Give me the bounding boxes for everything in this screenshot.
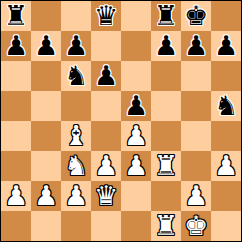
piece-black-queen: ♛ — [94, 1, 118, 31]
square-d7[interactable] — [91, 31, 121, 61]
square-h2[interactable] — [211, 181, 241, 211]
square-e1[interactable] — [121, 211, 151, 241]
square-g8[interactable]: ♚ — [181, 1, 211, 31]
piece-black-pawn: ♟ — [124, 91, 148, 121]
square-h7[interactable]: ♟ — [211, 31, 241, 61]
square-e4[interactable]: ♟ — [121, 121, 151, 151]
square-e5[interactable]: ♟ — [121, 91, 151, 121]
square-e3[interactable]: ♟ — [121, 151, 151, 181]
piece-white-pawn: ♟ — [64, 181, 88, 211]
square-c5[interactable] — [61, 91, 91, 121]
piece-white-pawn: ♟ — [4, 181, 28, 211]
square-b6[interactable] — [31, 61, 61, 91]
square-g2[interactable]: ♟ — [181, 181, 211, 211]
square-d4[interactable] — [91, 121, 121, 151]
piece-white-pawn: ♟ — [94, 151, 118, 181]
square-b4[interactable] — [31, 121, 61, 151]
square-a1[interactable] — [1, 211, 31, 241]
square-f4[interactable] — [151, 121, 181, 151]
piece-white-rook: ♜ — [154, 211, 178, 241]
piece-black-pawn: ♟ — [64, 31, 88, 61]
square-d8[interactable]: ♛ — [91, 1, 121, 31]
piece-black-pawn: ♟ — [214, 31, 238, 61]
square-h4[interactable] — [211, 121, 241, 151]
square-f5[interactable] — [151, 91, 181, 121]
square-f2[interactable] — [151, 181, 181, 211]
square-h6[interactable] — [211, 61, 241, 91]
square-c8[interactable] — [61, 1, 91, 31]
square-d1[interactable] — [91, 211, 121, 241]
square-d2[interactable]: ♛ — [91, 181, 121, 211]
square-c6[interactable]: ♞ — [61, 61, 91, 91]
square-b5[interactable] — [31, 91, 61, 121]
square-f8[interactable]: ♜ — [151, 1, 181, 31]
square-c2[interactable]: ♟ — [61, 181, 91, 211]
square-e8[interactable] — [121, 1, 151, 31]
square-h8[interactable] — [211, 1, 241, 31]
square-c3[interactable]: ♞ — [61, 151, 91, 181]
square-e6[interactable] — [121, 61, 151, 91]
piece-white-knight: ♞ — [64, 151, 88, 181]
square-d6[interactable]: ♟ — [91, 61, 121, 91]
square-g1[interactable]: ♚ — [181, 211, 211, 241]
piece-white-pawn: ♟ — [124, 121, 148, 151]
piece-black-knight: ♞ — [214, 91, 238, 121]
piece-black-rook: ♜ — [154, 1, 178, 31]
square-h1[interactable] — [211, 211, 241, 241]
square-a4[interactable] — [1, 121, 31, 151]
square-a8[interactable]: ♜ — [1, 1, 31, 31]
square-f1[interactable]: ♜ — [151, 211, 181, 241]
piece-white-queen: ♛ — [94, 181, 118, 211]
piece-white-rook: ♜ — [154, 151, 178, 181]
square-b7[interactable]: ♟ — [31, 31, 61, 61]
square-c7[interactable]: ♟ — [61, 31, 91, 61]
square-e7[interactable] — [121, 31, 151, 61]
chess-diagram: ♜♛♜♚♟♟♟♟♟♟♞♟♟♞♝♟♞♟♟♜♟♟♟♟♛♟♜♚ — [0, 0, 242, 242]
square-g6[interactable] — [181, 61, 211, 91]
square-h5[interactable]: ♞ — [211, 91, 241, 121]
square-f7[interactable]: ♟ — [151, 31, 181, 61]
square-d5[interactable] — [91, 91, 121, 121]
square-g7[interactable]: ♟ — [181, 31, 211, 61]
piece-black-pawn: ♟ — [184, 31, 208, 61]
square-f6[interactable] — [151, 61, 181, 91]
piece-white-pawn: ♟ — [34, 181, 58, 211]
piece-white-pawn: ♟ — [124, 151, 148, 181]
piece-black-pawn: ♟ — [154, 31, 178, 61]
square-b8[interactable] — [31, 1, 61, 31]
square-g4[interactable] — [181, 121, 211, 151]
piece-white-king: ♚ — [184, 211, 208, 241]
square-a3[interactable] — [1, 151, 31, 181]
square-e2[interactable] — [121, 181, 151, 211]
chess-board: ♜♛♜♚♟♟♟♟♟♟♞♟♟♞♝♟♞♟♟♜♟♟♟♟♛♟♜♚ — [0, 0, 242, 242]
square-f3[interactable]: ♜ — [151, 151, 181, 181]
square-a7[interactable]: ♟ — [1, 31, 31, 61]
piece-white-bishop: ♝ — [64, 121, 88, 151]
square-d3[interactable]: ♟ — [91, 151, 121, 181]
piece-black-king: ♚ — [184, 1, 208, 31]
piece-black-pawn: ♟ — [34, 31, 58, 61]
square-h3[interactable]: ♟ — [211, 151, 241, 181]
square-a2[interactable]: ♟ — [1, 181, 31, 211]
piece-white-pawn: ♟ — [214, 151, 238, 181]
square-g5[interactable] — [181, 91, 211, 121]
piece-black-pawn: ♟ — [4, 31, 28, 61]
piece-black-rook: ♜ — [4, 1, 28, 31]
piece-white-pawn: ♟ — [184, 181, 208, 211]
square-a5[interactable] — [1, 91, 31, 121]
square-b2[interactable]: ♟ — [31, 181, 61, 211]
square-b1[interactable] — [31, 211, 61, 241]
square-g3[interactable] — [181, 151, 211, 181]
square-a6[interactable] — [1, 61, 31, 91]
square-c1[interactable] — [61, 211, 91, 241]
piece-black-pawn: ♟ — [94, 61, 118, 91]
square-b3[interactable] — [31, 151, 61, 181]
piece-black-knight: ♞ — [64, 61, 88, 91]
square-c4[interactable]: ♝ — [61, 121, 91, 151]
